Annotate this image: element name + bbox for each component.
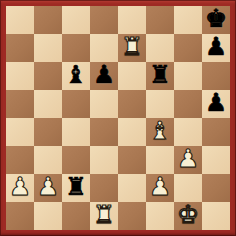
square-a1[interactable] [6, 202, 34, 230]
square-a4[interactable] [6, 118, 34, 146]
square-a3[interactable] [6, 146, 34, 174]
square-e1[interactable] [118, 202, 146, 230]
square-h5[interactable]: ♟ [202, 90, 230, 118]
square-d6[interactable]: ♟ [90, 62, 118, 90]
white-pawn-a2[interactable]: ♟ [9, 173, 31, 201]
square-g1[interactable]: ♚ [174, 202, 202, 230]
square-e2[interactable] [118, 174, 146, 202]
square-h8[interactable]: ♚ [202, 6, 230, 34]
square-f7[interactable] [146, 34, 174, 62]
square-d1[interactable]: ♜ [90, 202, 118, 230]
chess-board[interactable]: ♚♜♟♝♟♜♟♝♟♟♟♜♟♜♚ [6, 6, 230, 230]
square-f3[interactable] [146, 146, 174, 174]
black-pawn-h7[interactable]: ♟ [205, 33, 227, 61]
square-d5[interactable] [90, 90, 118, 118]
square-h4[interactable] [202, 118, 230, 146]
white-pawn-b2[interactable]: ♟ [37, 173, 59, 201]
square-g2[interactable] [174, 174, 202, 202]
square-c2[interactable]: ♜ [62, 174, 90, 202]
black-king-h8[interactable]: ♚ [205, 5, 227, 33]
square-g4[interactable] [174, 118, 202, 146]
square-a7[interactable] [6, 34, 34, 62]
square-c8[interactable] [62, 6, 90, 34]
square-g3[interactable]: ♟ [174, 146, 202, 174]
white-rook-d1[interactable]: ♜ [93, 201, 115, 229]
square-c1[interactable] [62, 202, 90, 230]
square-g7[interactable] [174, 34, 202, 62]
square-f2[interactable]: ♟ [146, 174, 174, 202]
black-bishop-c6[interactable]: ♝ [65, 61, 87, 89]
square-b4[interactable] [34, 118, 62, 146]
square-a2[interactable]: ♟ [6, 174, 34, 202]
square-d8[interactable] [90, 6, 118, 34]
square-a6[interactable] [6, 62, 34, 90]
square-c4[interactable] [62, 118, 90, 146]
black-pawn-d6[interactable]: ♟ [93, 61, 115, 89]
white-rook-e7[interactable]: ♜ [121, 33, 143, 61]
square-g8[interactable] [174, 6, 202, 34]
square-h7[interactable]: ♟ [202, 34, 230, 62]
square-e6[interactable] [118, 62, 146, 90]
square-g6[interactable] [174, 62, 202, 90]
square-d4[interactable] [90, 118, 118, 146]
square-d3[interactable] [90, 146, 118, 174]
square-a5[interactable] [6, 90, 34, 118]
board-frame: ♚♜♟♝♟♜♟♝♟♟♟♜♟♜♚ [0, 0, 236, 236]
square-b1[interactable] [34, 202, 62, 230]
square-b7[interactable] [34, 34, 62, 62]
square-c3[interactable] [62, 146, 90, 174]
square-h6[interactable] [202, 62, 230, 90]
square-f6[interactable]: ♜ [146, 62, 174, 90]
square-d7[interactable] [90, 34, 118, 62]
square-f1[interactable] [146, 202, 174, 230]
square-e5[interactable] [118, 90, 146, 118]
square-e3[interactable] [118, 146, 146, 174]
square-h1[interactable] [202, 202, 230, 230]
black-rook-f6[interactable]: ♜ [149, 61, 171, 89]
square-e8[interactable] [118, 6, 146, 34]
black-rook-c2[interactable]: ♜ [65, 173, 87, 201]
square-g5[interactable] [174, 90, 202, 118]
square-b8[interactable] [34, 6, 62, 34]
black-pawn-h5[interactable]: ♟ [205, 89, 227, 117]
white-pawn-g3[interactable]: ♟ [177, 145, 199, 173]
white-king-g1[interactable]: ♚ [177, 201, 199, 229]
square-a8[interactable] [6, 6, 34, 34]
square-c6[interactable]: ♝ [62, 62, 90, 90]
square-b3[interactable] [34, 146, 62, 174]
square-c5[interactable] [62, 90, 90, 118]
square-e7[interactable]: ♜ [118, 34, 146, 62]
square-f8[interactable] [146, 6, 174, 34]
square-b5[interactable] [34, 90, 62, 118]
square-c7[interactable] [62, 34, 90, 62]
square-b6[interactable] [34, 62, 62, 90]
square-f4[interactable]: ♝ [146, 118, 174, 146]
square-f5[interactable] [146, 90, 174, 118]
square-h2[interactable] [202, 174, 230, 202]
square-e4[interactable] [118, 118, 146, 146]
square-d2[interactable] [90, 174, 118, 202]
square-b2[interactable]: ♟ [34, 174, 62, 202]
square-h3[interactable] [202, 146, 230, 174]
white-bishop-f4[interactable]: ♝ [149, 117, 171, 145]
white-pawn-f2[interactable]: ♟ [149, 173, 171, 201]
